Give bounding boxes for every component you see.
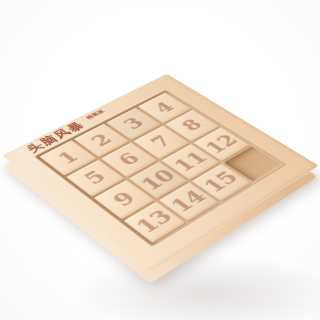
tile-9[interactable]: 9 <box>94 180 154 219</box>
product-photo-scene: 头脑风暴 精装版 123456789101112131415 <box>47 48 272 273</box>
board-frame: 头脑风暴 精装版 123456789101112131415 <box>2 74 320 273</box>
board-shadow <box>77 253 320 320</box>
edition-text: 精装版 <box>84 108 106 120</box>
fifteen-puzzle-board: 头脑风暴 精装版 123456789101112131415 <box>2 74 320 273</box>
